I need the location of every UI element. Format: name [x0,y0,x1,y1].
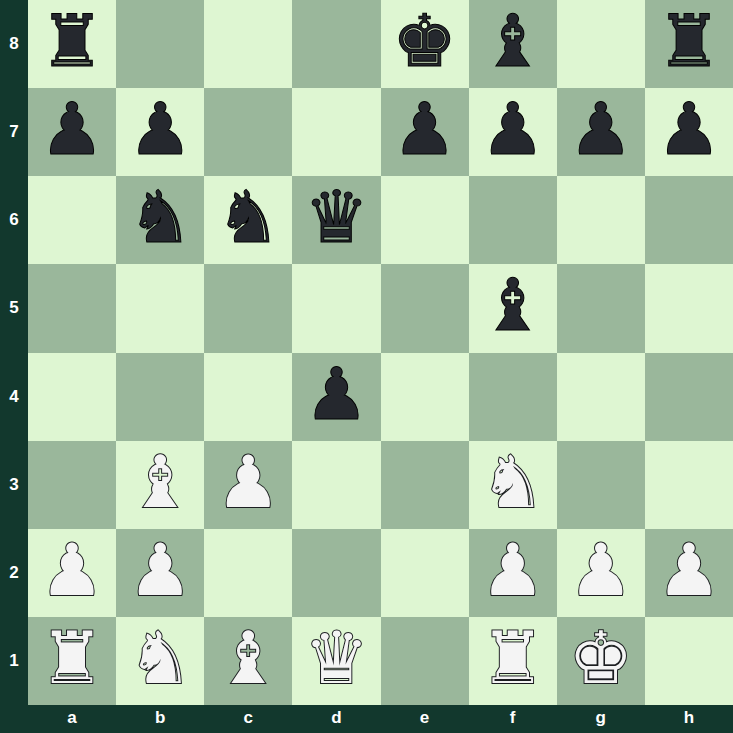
file-labels: abcdefgh [28,705,733,733]
square-a5[interactable] [28,264,116,352]
square-h7[interactable]: ♟ [645,88,733,176]
square-a8[interactable]: ♜ [28,0,116,88]
square-d6[interactable]: ♛ [292,176,380,264]
square-a1[interactable]: ♜ [28,617,116,705]
file-label-b: b [116,705,204,733]
black-knight[interactable]: ♞ [128,181,193,253]
square-d2[interactable] [292,529,380,617]
white-pawn[interactable]: ♟ [569,534,634,606]
square-a3[interactable] [28,441,116,529]
square-h6[interactable] [645,176,733,264]
square-b7[interactable]: ♟ [116,88,204,176]
rank-labels: 87654321 [0,0,28,705]
square-a2[interactable]: ♟ [28,529,116,617]
square-d5[interactable] [292,264,380,352]
white-rook[interactable]: ♜ [480,622,545,694]
square-g7[interactable]: ♟ [557,88,645,176]
black-rook[interactable]: ♜ [657,5,722,77]
square-f1[interactable]: ♜ [469,617,557,705]
square-c7[interactable] [204,88,292,176]
square-b2[interactable]: ♟ [116,529,204,617]
white-queen[interactable]: ♛ [304,622,369,694]
rank-label-2: 2 [0,529,28,617]
black-pawn[interactable]: ♟ [480,93,545,165]
square-g2[interactable]: ♟ [557,529,645,617]
square-f6[interactable] [469,176,557,264]
black-bishop[interactable]: ♝ [480,5,545,77]
square-b6[interactable]: ♞ [116,176,204,264]
white-pawn[interactable]: ♟ [216,446,281,518]
black-pawn[interactable]: ♟ [657,93,722,165]
square-c4[interactable] [204,353,292,441]
black-bishop[interactable]: ♝ [480,269,545,341]
white-knight[interactable]: ♞ [128,622,193,694]
black-pawn[interactable]: ♟ [40,93,105,165]
square-f3[interactable]: ♞ [469,441,557,529]
black-knight[interactable]: ♞ [216,181,281,253]
square-e5[interactable] [381,264,469,352]
square-h4[interactable] [645,353,733,441]
square-b8[interactable] [116,0,204,88]
rank-label-1: 1 [0,617,28,705]
white-bishop[interactable]: ♝ [128,446,193,518]
square-c6[interactable]: ♞ [204,176,292,264]
white-pawn[interactable]: ♟ [480,534,545,606]
black-rook[interactable]: ♜ [40,5,105,77]
chess-board: ♜♚♝♜♟♟♟♟♟♟♞♞♛♝♟♝♟♞♟♟♟♟♟♜♞♝♛♜♚ [28,0,733,705]
square-b5[interactable] [116,264,204,352]
square-g1[interactable]: ♚ [557,617,645,705]
square-f4[interactable] [469,353,557,441]
black-pawn[interactable]: ♟ [392,93,457,165]
file-label-a: a [28,705,116,733]
black-pawn[interactable]: ♟ [569,93,634,165]
rank-label-6: 6 [0,176,28,264]
rank-label-7: 7 [0,88,28,176]
square-e8[interactable]: ♚ [381,0,469,88]
square-d1[interactable]: ♛ [292,617,380,705]
square-d3[interactable] [292,441,380,529]
square-g4[interactable] [557,353,645,441]
file-label-f: f [469,705,557,733]
square-f8[interactable]: ♝ [469,0,557,88]
white-rook[interactable]: ♜ [40,622,105,694]
square-c2[interactable] [204,529,292,617]
square-f7[interactable]: ♟ [469,88,557,176]
square-h2[interactable]: ♟ [645,529,733,617]
square-a6[interactable] [28,176,116,264]
square-e4[interactable] [381,353,469,441]
square-e1[interactable] [381,617,469,705]
square-d8[interactable] [292,0,380,88]
black-queen[interactable]: ♛ [304,181,369,253]
rank-label-3: 3 [0,441,28,529]
square-f2[interactable]: ♟ [469,529,557,617]
square-c1[interactable]: ♝ [204,617,292,705]
square-b3[interactable]: ♝ [116,441,204,529]
square-b1[interactable]: ♞ [116,617,204,705]
white-pawn[interactable]: ♟ [657,534,722,606]
file-label-g: g [557,705,645,733]
white-king[interactable]: ♚ [569,622,634,694]
square-e7[interactable]: ♟ [381,88,469,176]
square-a4[interactable] [28,353,116,441]
white-pawn[interactable]: ♟ [128,534,193,606]
chess-app: 87654321 ♜♚♝♜♟♟♟♟♟♟♞♞♛♝♟♝♟♞♟♟♟♟♟♜♞♝♛♜♚ a… [0,0,733,733]
square-h1[interactable] [645,617,733,705]
file-label-c: c [204,705,292,733]
square-g3[interactable] [557,441,645,529]
square-e6[interactable] [381,176,469,264]
square-f5[interactable]: ♝ [469,264,557,352]
file-label-h: h [645,705,733,733]
file-label-e: e [381,705,469,733]
white-pawn[interactable]: ♟ [40,534,105,606]
black-pawn[interactable]: ♟ [304,358,369,430]
square-g8[interactable] [557,0,645,88]
square-c5[interactable] [204,264,292,352]
file-label-d: d [292,705,380,733]
black-pawn[interactable]: ♟ [128,93,193,165]
square-e3[interactable] [381,441,469,529]
rank-label-4: 4 [0,353,28,441]
square-a7[interactable]: ♟ [28,88,116,176]
square-e2[interactable] [381,529,469,617]
square-c8[interactable] [204,0,292,88]
square-h5[interactable] [645,264,733,352]
white-knight[interactable]: ♞ [480,446,545,518]
square-d4[interactable]: ♟ [292,353,380,441]
white-bishop[interactable]: ♝ [216,622,281,694]
square-h8[interactable]: ♜ [645,0,733,88]
rank-label-8: 8 [0,0,28,88]
square-b4[interactable] [116,353,204,441]
square-h3[interactable] [645,441,733,529]
rank-label-5: 5 [0,264,28,352]
square-c3[interactable]: ♟ [204,441,292,529]
square-d7[interactable] [292,88,380,176]
square-g6[interactable] [557,176,645,264]
square-g5[interactable] [557,264,645,352]
black-king[interactable]: ♚ [392,5,457,77]
